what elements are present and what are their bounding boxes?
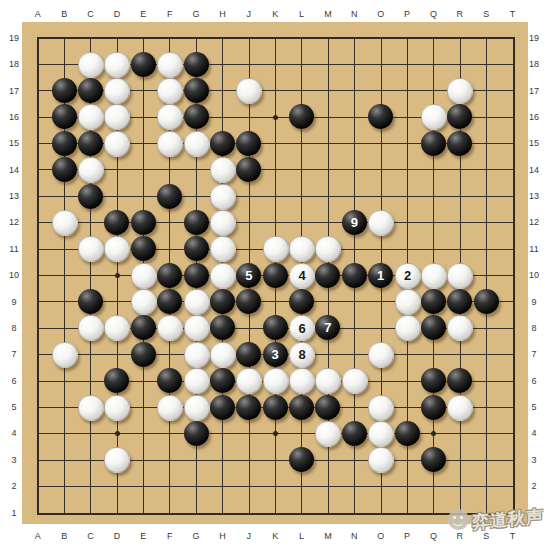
intersection-C2 [77,473,103,499]
black-stone-G18 [184,52,209,77]
black-stone-Q3 [421,447,446,472]
intersection-N4 [341,420,367,446]
intersection-Q9 [420,288,446,314]
intersection-O16 [367,104,393,130]
row-label-4: 4 [526,420,542,446]
white-stone-R8 [447,315,473,341]
intersection-M14 [315,156,341,182]
intersection-M16 [315,104,341,130]
intersection-O1 [367,499,393,525]
intersection-Q10 [420,262,446,288]
row-label-16: 16 [526,104,542,130]
col-label-Q: Q [420,8,446,20]
intersection-R9 [447,288,473,314]
intersection-K6 [262,367,288,393]
black-stone-N4 [342,421,367,446]
col-label-O: O [367,530,393,542]
intersection-L10: 4 [288,262,314,288]
white-stone-D16 [104,104,130,130]
intersection-P15 [394,130,420,156]
row-label-9: 9 [6,288,22,314]
intersection-K15 [262,130,288,156]
intersection-P13 [394,183,420,209]
black-stone-G16 [184,104,209,129]
intersection-S10 [473,262,499,288]
intersection-M4 [315,420,341,446]
black-stone-E8 [131,315,156,340]
row-label-13: 13 [6,183,22,209]
col-label-R: R [447,8,473,20]
intersection-J8 [236,315,262,341]
intersection-T5 [499,394,525,420]
intersection-H5 [209,394,235,420]
intersection-T16 [499,104,525,130]
intersection-G3 [183,447,209,473]
intersection-D19 [104,25,130,51]
intersection-K2 [262,473,288,499]
intersection-N12: 9 [341,209,367,235]
intersection-Q11 [420,236,446,262]
intersection-E13 [130,183,156,209]
intersection-P6 [394,367,420,393]
intersection-D3 [104,447,130,473]
intersection-B16 [51,104,77,130]
white-stone-H11 [210,236,236,262]
intersection-A10 [25,262,51,288]
black-stone-L5 [289,395,314,420]
intersection-P8 [394,315,420,341]
intersection-T11 [499,236,525,262]
row-label-13: 13 [526,183,542,209]
intersection-L18 [288,51,314,77]
intersection-L19 [288,25,314,51]
white-stone-N6 [342,368,368,394]
intersection-P3 [394,447,420,473]
intersection-Q1 [420,499,446,525]
intersection-A5 [25,394,51,420]
white-stone-G7 [184,342,210,368]
intersection-R4 [447,420,473,446]
intersection-C10 [77,262,103,288]
row-label-6: 6 [526,367,542,393]
intersection-S6 [473,367,499,393]
intersection-B9 [51,288,77,314]
intersection-N10 [341,262,367,288]
intersection-P17 [394,77,420,103]
intersection-Q7 [420,341,446,367]
intersection-G12 [183,209,209,235]
intersection-H18 [209,51,235,77]
intersection-K1 [262,499,288,525]
intersection-F9 [156,288,182,314]
col-label-T: T [499,530,525,542]
intersection-D2 [104,473,130,499]
black-stone-S9 [474,289,499,314]
black-stone-C15 [78,131,103,156]
intersection-T18 [499,51,525,77]
intersection-A7 [25,341,51,367]
intersection-L2 [288,473,314,499]
black-stone-J5 [236,395,261,420]
black-stone-K5 [263,395,288,420]
intersection-F12 [156,209,182,235]
intersection-H1 [209,499,235,525]
intersection-A6 [25,367,51,393]
intersection-G16 [183,104,209,130]
white-stone-D3 [104,447,130,473]
intersection-J5 [236,394,262,420]
intersection-H17 [209,77,235,103]
black-stone-B15 [52,131,77,156]
intersection-S3 [473,447,499,473]
col-label-G: G [183,530,209,542]
white-stone-C16 [78,104,104,130]
intersection-F15 [156,130,182,156]
intersection-L9 [288,288,314,314]
black-stone-Q5 [421,395,446,420]
intersection-D6 [104,367,130,393]
intersection-P1 [394,499,420,525]
black-stone-E7 [131,342,156,367]
intersection-D12 [104,209,130,235]
row-label-18: 18 [6,51,22,77]
black-stone-J9 [236,289,261,314]
intersection-F3 [156,447,182,473]
intersection-G2 [183,473,209,499]
column-labels-top: ABCDEFGHJKLMNOPQRST [25,8,526,20]
white-stone-B7 [52,342,78,368]
white-stone-K11 [263,236,289,262]
intersection-M1 [315,499,341,525]
row-label-17: 17 [6,77,22,103]
row-label-11: 11 [526,236,542,262]
intersection-E8 [130,315,156,341]
intersection-K5 [262,394,288,420]
white-stone-C14 [78,157,104,183]
intersection-C1 [77,499,103,525]
intersection-D9 [104,288,130,314]
intersection-K17 [262,77,288,103]
intersection-J14 [236,156,262,182]
intersection-E18 [130,51,156,77]
row-label-1: 1 [6,499,22,525]
row-label-3: 3 [526,447,542,473]
intersection-D18 [104,51,130,77]
intersection-O13 [367,183,393,209]
intersection-N11 [341,236,367,262]
white-stone-B12 [52,210,78,236]
col-label-C: C [77,530,103,542]
intersection-M5 [315,394,341,420]
intersection-G7 [183,341,209,367]
intersection-A17 [25,77,51,103]
white-stone-L7: 8 [289,342,315,368]
intersection-G1 [183,499,209,525]
intersection-B17 [51,77,77,103]
intersection-S2 [473,473,499,499]
intersection-H4 [209,420,235,446]
intersection-F17 [156,77,182,103]
intersection-A2 [25,473,51,499]
intersection-H16 [209,104,235,130]
row-label-17: 17 [526,77,542,103]
black-stone-G10 [184,263,209,288]
intersection-N9 [341,288,367,314]
white-stone-D15 [104,131,130,157]
intersection-Q16 [420,104,446,130]
move-number-7: 7 [315,315,340,340]
intersection-B4 [51,420,77,446]
intersection-R10 [447,262,473,288]
intersection-E12 [130,209,156,235]
intersection-L8: 6 [288,315,314,341]
intersection-Q2 [420,473,446,499]
intersection-P18 [394,51,420,77]
intersection-R3 [447,447,473,473]
col-label-H: H [209,530,235,542]
intersection-L12 [288,209,314,235]
intersection-E14 [130,156,156,182]
intersection-K19 [262,25,288,51]
intersection-S11 [473,236,499,262]
white-stone-J6 [236,368,262,394]
intersection-R17 [447,77,473,103]
intersection-K16 [262,104,288,130]
row-label-9: 9 [526,288,542,314]
intersection-N13 [341,183,367,209]
intersection-L13 [288,183,314,209]
intersection-R16 [447,104,473,130]
white-stone-H13 [210,184,236,210]
intersection-T7 [499,341,525,367]
col-label-Q: Q [420,530,446,542]
intersection-L14 [288,156,314,182]
intersection-R7 [447,341,473,367]
intersection-D14 [104,156,130,182]
col-label-P: P [394,530,420,542]
white-stone-C5 [78,395,104,421]
intersection-D15 [104,130,130,156]
intersection-O11 [367,236,393,262]
intersection-N5 [341,394,367,420]
col-label-D: D [104,8,130,20]
intersection-A14 [25,156,51,182]
intersection-S19 [473,25,499,51]
col-label-K: K [262,8,288,20]
intersection-H13 [209,183,235,209]
intersection-Q12 [420,209,446,235]
intersection-A19 [25,25,51,51]
intersection-C7 [77,341,103,367]
intersection-F2 [156,473,182,499]
intersection-P14 [394,156,420,182]
move-number-6: 6 [290,316,314,340]
white-stone-R17 [447,78,473,104]
col-label-L: L [288,8,314,20]
intersection-E10 [130,262,156,288]
intersection-H10 [209,262,235,288]
intersection-A13 [25,183,51,209]
intersection-L7: 8 [288,341,314,367]
intersection-F10 [156,262,182,288]
intersection-O14 [367,156,393,182]
intersection-D10 [104,262,130,288]
intersection-O3 [367,447,393,473]
intersection-D11 [104,236,130,262]
intersection-A11 [25,236,51,262]
black-stone-R15 [447,131,472,156]
col-label-P: P [394,8,420,20]
white-stone-R5 [447,395,473,421]
white-stone-D5 [104,395,130,421]
intersection-T17 [499,77,525,103]
black-stone-J7 [236,342,261,367]
white-stone-D11 [104,236,130,262]
row-labels-right: 19181716151413121110987654321 [526,25,542,526]
intersection-T12 [499,209,525,235]
intersection-Q3 [420,447,446,473]
intersection-M17 [315,77,341,103]
intersection-O17 [367,77,393,103]
black-stone-K8 [263,315,288,340]
intersection-F5 [156,394,182,420]
intersection-L11 [288,236,314,262]
intersection-F18 [156,51,182,77]
intersection-D8 [104,315,130,341]
intersection-N17 [341,77,367,103]
intersection-B15 [51,130,77,156]
col-label-G: G [183,8,209,20]
intersection-T8 [499,315,525,341]
intersection-R6 [447,367,473,393]
intersection-G13 [183,183,209,209]
row-label-8: 8 [6,315,22,341]
intersection-G6 [183,367,209,393]
intersection-C18 [77,51,103,77]
intersection-J18 [236,51,262,77]
intersection-J2 [236,473,262,499]
white-stone-H7 [210,342,236,368]
white-stone-L10: 4 [289,263,315,289]
intersection-D5 [104,394,130,420]
black-stone-Q15 [421,131,446,156]
black-stone-C9 [78,289,103,314]
col-label-F: F [156,530,182,542]
intersection-A12 [25,209,51,235]
intersection-O5 [367,394,393,420]
white-stone-O12 [368,210,394,236]
white-stone-H10 [210,263,236,289]
black-stone-G4 [184,421,209,446]
intersection-K11 [262,236,288,262]
black-stone-B16 [52,104,77,129]
intersection-D7 [104,341,130,367]
intersection-G15 [183,130,209,156]
intersection-H12 [209,209,235,235]
intersection-H6 [209,367,235,393]
black-stone-O16 [368,104,393,129]
intersection-J15 [236,130,262,156]
intersection-P16 [394,104,420,130]
intersection-N6 [341,367,367,393]
white-stone-G15 [184,131,210,157]
col-label-D: D [104,530,130,542]
move-number-5: 5 [236,263,261,288]
intersection-E2 [130,473,156,499]
black-stone-Q8 [421,315,446,340]
intersection-B3 [51,447,77,473]
black-stone-M10 [315,263,340,288]
white-stone-F8 [157,315,183,341]
intersection-M10 [315,262,341,288]
col-label-E: E [130,530,156,542]
black-stone-E12 [131,210,156,235]
row-label-12: 12 [526,209,542,235]
intersection-J1 [236,499,262,525]
intersection-J4 [236,420,262,446]
intersection-S5 [473,394,499,420]
intersection-J6 [236,367,262,393]
col-label-M: M [315,530,341,542]
intersection-O2 [367,473,393,499]
intersection-J11 [236,236,262,262]
white-stone-G5 [184,395,210,421]
go-diagram-page: ABCDEFGHJKLMNOPQRST ABCDEFGHJKLMNOPQRST … [0,0,550,550]
intersection-R18 [447,51,473,77]
intersection-N18 [341,51,367,77]
intersection-H11 [209,236,235,262]
intersection-R12 [447,209,473,235]
intersection-Q13 [420,183,446,209]
row-label-16: 16 [6,104,22,130]
row-label-14: 14 [6,156,22,182]
intersection-M15 [315,130,341,156]
white-stone-L6 [289,368,315,394]
col-label-M: M [315,8,341,20]
white-stone-K6 [263,368,289,394]
row-label-7: 7 [6,341,22,367]
col-label-A: A [25,8,51,20]
row-label-15: 15 [6,130,22,156]
col-label-K: K [262,530,288,542]
col-label-A: A [25,530,51,542]
intersection-G9 [183,288,209,314]
white-stone-F5 [157,395,183,421]
black-stone-F9 [157,289,182,314]
intersection-R11 [447,236,473,262]
intersection-D16 [104,104,130,130]
black-stone-G17 [184,78,209,103]
intersection-B19 [51,25,77,51]
intersection-O10: 1 [367,262,393,288]
intersection-C19 [77,25,103,51]
intersection-P7 [394,341,420,367]
black-stone-M8: 7 [315,315,340,340]
col-label-L: L [288,530,314,542]
black-stone-E11 [131,236,156,261]
white-stone-H12 [210,210,236,236]
intersection-M19 [315,25,341,51]
white-stone-M6 [315,368,341,394]
intersection-M7 [315,341,341,367]
row-label-7: 7 [526,341,542,367]
intersection-A4 [25,420,51,446]
row-label-19: 19 [526,25,542,51]
white-stone-E10 [131,263,157,289]
intersection-L16 [288,104,314,130]
col-label-H: H [209,8,235,20]
intersection-R15 [447,130,473,156]
